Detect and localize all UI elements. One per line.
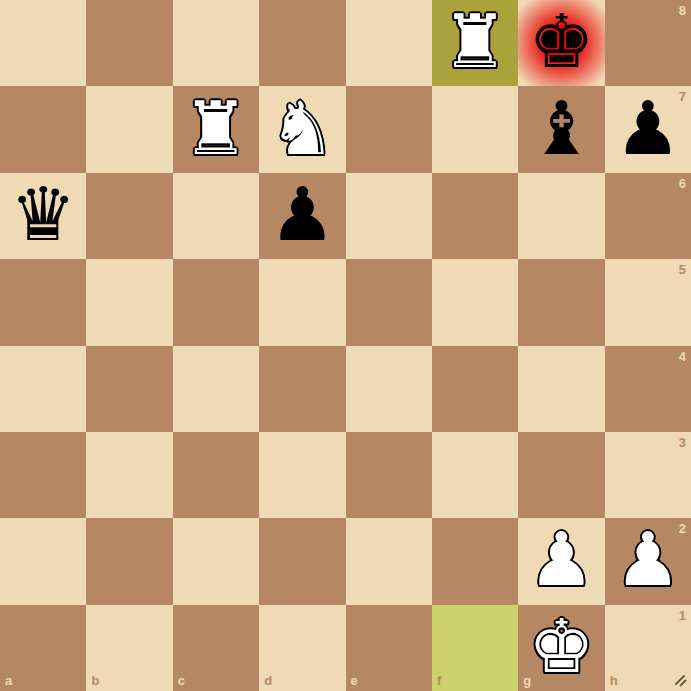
white-king[interactable]: ♚ <box>528 609 594 683</box>
square-e4[interactable] <box>346 346 432 432</box>
square-c3[interactable] <box>173 432 259 518</box>
file-label-e: e <box>351 674 358 687</box>
square-a8[interactable] <box>0 0 86 86</box>
black-pawn[interactable]: ♟ <box>269 177 335 251</box>
square-e3[interactable] <box>346 432 432 518</box>
square-b5[interactable] <box>86 259 172 345</box>
white-pawn[interactable]: ♟ <box>615 522 681 596</box>
file-label-c: c <box>178 674 185 687</box>
rank-label-1: 1 <box>679 609 686 622</box>
square-e7[interactable] <box>346 86 432 172</box>
file-label-b: b <box>91 674 99 687</box>
square-c8[interactable] <box>173 0 259 86</box>
square-d1[interactable]: d <box>259 605 345 691</box>
square-e6[interactable] <box>346 173 432 259</box>
black-pawn[interactable]: ♟ <box>615 91 681 165</box>
square-a2[interactable] <box>0 518 86 604</box>
resize-handle-icon[interactable] <box>672 672 688 688</box>
square-g4[interactable] <box>518 346 604 432</box>
square-g1[interactable]: ♚g <box>518 605 604 691</box>
square-b8[interactable] <box>86 0 172 86</box>
square-h8[interactable]: 8 <box>605 0 691 86</box>
square-c5[interactable] <box>173 259 259 345</box>
square-d7[interactable]: ♞ <box>259 86 345 172</box>
square-d2[interactable] <box>259 518 345 604</box>
square-f2[interactable] <box>432 518 518 604</box>
square-b7[interactable] <box>86 86 172 172</box>
white-rook[interactable]: ♜ <box>442 4 508 78</box>
square-f1[interactable]: f <box>432 605 518 691</box>
file-label-h: h <box>610 674 618 687</box>
black-bishop[interactable]: ♝ <box>528 91 594 165</box>
square-f5[interactable] <box>432 259 518 345</box>
square-e1[interactable]: e <box>346 605 432 691</box>
square-b2[interactable] <box>86 518 172 604</box>
square-g2[interactable]: ♟ <box>518 518 604 604</box>
square-h6[interactable]: 6 <box>605 173 691 259</box>
square-e8[interactable] <box>346 0 432 86</box>
file-label-f: f <box>437 674 441 687</box>
square-b6[interactable] <box>86 173 172 259</box>
black-queen[interactable]: ♛ <box>10 177 76 251</box>
square-e2[interactable] <box>346 518 432 604</box>
square-b1[interactable]: b <box>86 605 172 691</box>
square-f6[interactable] <box>432 173 518 259</box>
square-d8[interactable] <box>259 0 345 86</box>
square-f3[interactable] <box>432 432 518 518</box>
rank-label-8: 8 <box>679 4 686 17</box>
chess-board: ♜♚8♜♞♝♟7♛♟6543♟♟2abcdef♚gh1 <box>0 0 691 691</box>
square-a1[interactable]: a <box>0 605 86 691</box>
square-b3[interactable] <box>86 432 172 518</box>
square-f4[interactable] <box>432 346 518 432</box>
square-h4[interactable]: 4 <box>605 346 691 432</box>
square-a6[interactable]: ♛ <box>0 173 86 259</box>
rank-label-6: 6 <box>679 177 686 190</box>
white-knight[interactable]: ♞ <box>269 91 335 165</box>
square-a5[interactable] <box>0 259 86 345</box>
square-c1[interactable]: c <box>173 605 259 691</box>
square-h5[interactable]: 5 <box>605 259 691 345</box>
square-c4[interactable] <box>173 346 259 432</box>
file-label-d: d <box>264 674 272 687</box>
square-c2[interactable] <box>173 518 259 604</box>
square-h7[interactable]: ♟7 <box>605 86 691 172</box>
white-rook[interactable]: ♜ <box>183 91 249 165</box>
square-h2[interactable]: ♟2 <box>605 518 691 604</box>
square-e5[interactable] <box>346 259 432 345</box>
rank-label-4: 4 <box>679 350 686 363</box>
square-d4[interactable] <box>259 346 345 432</box>
square-h3[interactable]: 3 <box>605 432 691 518</box>
square-g3[interactable] <box>518 432 604 518</box>
square-a7[interactable] <box>0 86 86 172</box>
black-king[interactable]: ♚ <box>528 4 594 78</box>
square-g6[interactable] <box>518 173 604 259</box>
square-g8[interactable]: ♚ <box>518 0 604 86</box>
file-label-a: a <box>5 674 12 687</box>
white-pawn[interactable]: ♟ <box>528 522 594 596</box>
square-d5[interactable] <box>259 259 345 345</box>
square-a3[interactable] <box>0 432 86 518</box>
square-d6[interactable]: ♟ <box>259 173 345 259</box>
square-b4[interactable] <box>86 346 172 432</box>
square-c6[interactable] <box>173 173 259 259</box>
square-d3[interactable] <box>259 432 345 518</box>
square-c7[interactable]: ♜ <box>173 86 259 172</box>
square-a4[interactable] <box>0 346 86 432</box>
square-g5[interactable] <box>518 259 604 345</box>
rank-label-3: 3 <box>679 436 686 449</box>
square-g7[interactable]: ♝ <box>518 86 604 172</box>
rank-label-5: 5 <box>679 263 686 276</box>
square-f8[interactable]: ♜ <box>432 0 518 86</box>
square-f7[interactable] <box>432 86 518 172</box>
